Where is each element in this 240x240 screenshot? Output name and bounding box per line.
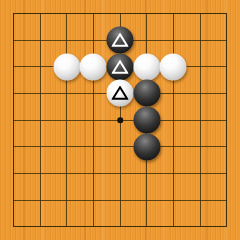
grid-line-vertical — [93, 13, 94, 227]
grid-line-horizontal — [13, 200, 227, 201]
grid-line-vertical — [226, 13, 227, 227]
white-stone[interactable] — [80, 53, 107, 80]
white-stone[interactable] — [53, 53, 80, 80]
grid-line-horizontal — [13, 226, 227, 227]
grid-line-vertical — [200, 13, 201, 227]
black-stone[interactable] — [107, 53, 134, 80]
grid-line-horizontal — [13, 120, 227, 121]
triangle-mark — [112, 33, 129, 48]
grid-line-vertical — [66, 13, 67, 227]
grid-line-vertical — [173, 13, 174, 227]
black-stone[interactable] — [133, 80, 160, 107]
white-stone[interactable] — [160, 53, 187, 80]
go-board[interactable] — [0, 0, 240, 240]
triangle-mark — [112, 59, 129, 74]
black-stone[interactable] — [133, 107, 160, 134]
black-stone[interactable] — [107, 27, 134, 54]
grid-line-horizontal — [13, 13, 227, 14]
triangle-mark — [112, 86, 129, 101]
star-point — [117, 117, 123, 123]
grid-line-horizontal — [13, 146, 227, 147]
black-stone[interactable] — [133, 133, 160, 160]
white-stone[interactable] — [133, 53, 160, 80]
grid-line-vertical — [40, 13, 41, 227]
grid-line-horizontal — [13, 173, 227, 174]
grid-line-vertical — [13, 13, 14, 227]
white-stone[interactable] — [107, 80, 134, 107]
